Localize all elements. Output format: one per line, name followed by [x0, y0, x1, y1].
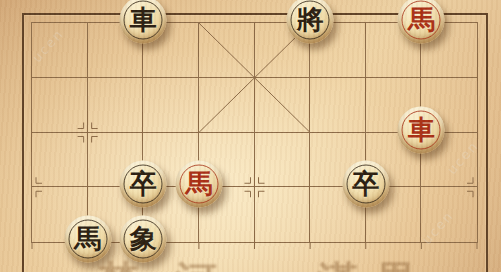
piece-glyph: 將	[297, 6, 324, 33]
xiangqi-board-screenshot: 車將馬車卒馬卒馬象 楚河漢界 ucenucenucen	[0, 0, 501, 272]
board-cell	[199, 78, 255, 133]
red-chariot[interactable]: 車	[398, 106, 445, 153]
board-cell	[255, 187, 311, 242]
piece-glyph: 馬	[185, 170, 212, 197]
board-cell	[255, 78, 311, 133]
black-soldier[interactable]: 卒	[120, 161, 167, 208]
red-horse[interactable]: 馬	[175, 161, 222, 208]
black-horse[interactable]: 馬	[64, 216, 111, 263]
piece-glyph: 象	[130, 225, 157, 252]
board-cell	[32, 78, 88, 133]
board-cell	[32, 133, 88, 188]
board-cell	[88, 78, 144, 133]
board-cell	[421, 187, 477, 242]
black-soldier[interactable]: 卒	[342, 161, 389, 208]
board-cell	[143, 78, 199, 133]
piece-glyph: 車	[130, 6, 157, 33]
board-cell	[199, 23, 255, 78]
piece-glyph: 車	[408, 115, 435, 142]
board-cell	[310, 78, 366, 133]
black-elephant[interactable]: 象	[120, 216, 167, 263]
piece-glyph: 卒	[130, 170, 157, 197]
piece-glyph: 卒	[352, 170, 379, 197]
board-cell	[255, 133, 311, 188]
piece-glyph: 馬	[408, 6, 435, 33]
piece-glyph: 馬	[74, 225, 101, 252]
board-cell	[32, 23, 88, 78]
